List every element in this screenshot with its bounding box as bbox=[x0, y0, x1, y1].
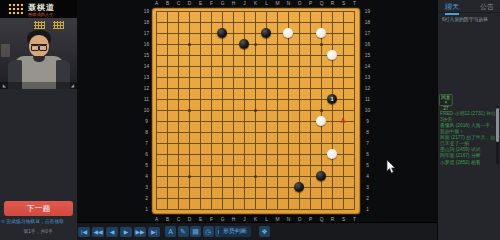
row-label-right: 6 bbox=[363, 151, 372, 156]
row-label-right: 9 bbox=[363, 118, 372, 123]
row-label-right: 17 bbox=[363, 30, 372, 35]
chat-message: 阿年呢 (2167) 分断 bbox=[440, 153, 498, 159]
col-label-bottom: G bbox=[218, 217, 227, 222]
chat-tab-bar: 聊天 公告 bbox=[438, 0, 500, 13]
row-label-right: 16 bbox=[363, 41, 372, 46]
col-label-bottom: N bbox=[284, 217, 293, 222]
goban-grid[interactable]: 1A bbox=[156, 11, 355, 210]
row-label-right: 1 bbox=[363, 206, 372, 211]
chat-message: 风雨 (2177) 想了半天，自己又变了一招 bbox=[440, 135, 498, 146]
instructor-glasses bbox=[31, 44, 47, 49]
brand-logo-icon bbox=[8, 3, 23, 15]
col-label-bottom: A bbox=[152, 217, 161, 222]
row-label-right: 19 bbox=[363, 8, 372, 13]
move-progress-text: 第1手，共0手 bbox=[1, 228, 76, 235]
col-label-bottom: H bbox=[229, 217, 238, 222]
row-label-right: 14 bbox=[363, 63, 372, 68]
instructor-video[interactable]: ◣ ◢ bbox=[0, 18, 77, 89]
col-label-top: N bbox=[284, 1, 293, 6]
row-label-right: 4 bbox=[363, 173, 372, 178]
timer-tool-button[interactable]: ◷ bbox=[203, 226, 214, 237]
star-point bbox=[188, 109, 191, 112]
row-label-left: 17 bbox=[142, 30, 151, 35]
star-point bbox=[320, 109, 323, 112]
mouse-cursor bbox=[386, 160, 396, 174]
col-label-bottom: C bbox=[174, 217, 183, 222]
col-label-top: T bbox=[350, 1, 359, 6]
chat-message: 小梦境 (2852) 相看 bbox=[440, 160, 498, 166]
jump-start-button[interactable]: |◀ bbox=[78, 227, 90, 237]
sidebar: 聂棋道 围棋成就人生 ◣ ◢ 下一题 ⊙ 完成练习领棋豆，点击领取 第1手，共0… bbox=[0, 0, 77, 240]
chat-message: 看懂风 (2016) 入角一手，我选中腹！ bbox=[440, 123, 498, 134]
black-stone bbox=[261, 28, 271, 38]
go-board-region: 1A AABBCCDDEEFFGGHHJJKKLLMMNNOOPPQQRRSST… bbox=[143, 0, 375, 224]
col-label-top: A bbox=[152, 1, 161, 6]
black-stone bbox=[217, 28, 227, 38]
row-label-right: 10 bbox=[363, 107, 372, 112]
col-label-bottom: F bbox=[207, 217, 216, 222]
col-label-bottom: M bbox=[273, 217, 282, 222]
col-label-top: R bbox=[328, 1, 337, 6]
row-label-left: 7 bbox=[142, 140, 151, 145]
col-label-top: H bbox=[229, 1, 238, 6]
row-label-right: 5 bbox=[363, 162, 372, 167]
row-label-left: 4 bbox=[142, 173, 151, 178]
brand-bar: 聂棋道 围棋成就人生 bbox=[0, 0, 77, 18]
col-label-top: D bbox=[185, 1, 194, 6]
chat-message: 墨山鸡 (2459) 试试 bbox=[440, 147, 498, 153]
col-label-bottom: J bbox=[240, 217, 249, 222]
video-controls-strip: ◣ ◢ bbox=[0, 82, 77, 89]
watermark-card bbox=[1, 44, 10, 57]
chat-panel: 聊天 公告 6打入后的防守与选择 回复× 27 FRED·小明12 (2731)… bbox=[437, 0, 500, 240]
col-label-bottom: E bbox=[196, 217, 205, 222]
col-label-top: L bbox=[262, 1, 271, 6]
black-stone bbox=[239, 39, 249, 49]
pinned-message: 6打入后的防守与选择 bbox=[442, 16, 500, 23]
tab-chat[interactable]: 聊天 bbox=[445, 2, 459, 15]
position-judge-button[interactable]: 形势判断 bbox=[219, 226, 251, 237]
star-point bbox=[188, 43, 191, 46]
bottom-toolbar: |◀◀◀◀▶▶▶▶| A✎▤◷⊗ 形势判断 ❖ bbox=[77, 222, 437, 240]
row-label-left: 6 bbox=[142, 151, 151, 156]
col-label-bottom: L bbox=[262, 217, 271, 222]
label-a-tool-button[interactable]: A bbox=[165, 226, 176, 237]
stone-mark: 1 bbox=[328, 95, 336, 103]
col-label-bottom: R bbox=[328, 217, 337, 222]
next-problem-button[interactable]: 下一题 bbox=[4, 201, 73, 216]
black-stone bbox=[294, 182, 304, 192]
video-corner-icon: ◣ bbox=[3, 83, 6, 88]
col-label-top: S bbox=[339, 1, 348, 6]
col-label-top: O bbox=[295, 1, 304, 6]
col-label-bottom: K bbox=[251, 217, 260, 222]
col-label-bottom: B bbox=[163, 217, 172, 222]
watermark-logo-icon bbox=[53, 21, 64, 29]
col-label-top: P bbox=[306, 1, 315, 6]
reply-badge-label: 回复× bbox=[440, 95, 452, 106]
video-corner-icon: ◢ bbox=[71, 83, 74, 88]
step-back-button[interactable]: ◀ bbox=[106, 227, 118, 237]
col-label-top: B bbox=[163, 1, 172, 6]
col-label-top: F bbox=[207, 1, 216, 6]
row-label-left: 16 bbox=[142, 41, 151, 46]
white-stone bbox=[316, 28, 326, 38]
row-label-left: 2 bbox=[142, 195, 151, 200]
star-point bbox=[254, 109, 257, 112]
row-label-left: 11 bbox=[142, 96, 151, 101]
row-label-left: 9 bbox=[142, 118, 151, 123]
variation-label-a: A bbox=[338, 117, 349, 124]
analysis-tool-button[interactable]: ▤ bbox=[190, 226, 201, 237]
row-label-right: 11 bbox=[363, 96, 372, 101]
row-label-left: 12 bbox=[142, 85, 151, 90]
white-stone bbox=[316, 116, 326, 126]
go-teaching-app: 聂棋道 围棋成就人生 ◣ ◢ 下一题 ⊙ 完成练习领棋豆，点击领取 第1手，共0… bbox=[0, 0, 500, 240]
col-label-top: J bbox=[240, 1, 249, 6]
tab-notice[interactable]: 公告 bbox=[480, 2, 494, 12]
fast-forward-button[interactable]: ▶▶ bbox=[134, 227, 146, 237]
row-label-right: 2 bbox=[363, 195, 372, 200]
row-label-left: 8 bbox=[142, 129, 151, 134]
row-label-right: 8 bbox=[363, 129, 372, 134]
fullscreen-button[interactable]: ❖ bbox=[259, 226, 270, 237]
jump-end-button[interactable]: ▶| bbox=[148, 227, 160, 237]
chat-scrollbar[interactable] bbox=[496, 106, 499, 164]
col-label-top: C bbox=[174, 1, 183, 6]
col-label-bottom: P bbox=[306, 217, 315, 222]
watermark-logo-icon bbox=[34, 21, 45, 29]
white-stone bbox=[327, 149, 337, 159]
row-label-left: 5 bbox=[142, 162, 151, 167]
col-label-bottom: O bbox=[295, 217, 304, 222]
star-point bbox=[254, 43, 257, 46]
black-stone: 1 bbox=[327, 94, 337, 104]
reply-count-badge[interactable]: 回复× 27 bbox=[439, 94, 453, 106]
row-label-left: 10 bbox=[142, 107, 151, 112]
fast-back-button[interactable]: ◀◀ bbox=[92, 227, 104, 237]
white-stone bbox=[327, 50, 337, 60]
draw-tool-button[interactable]: ✎ bbox=[178, 226, 189, 237]
reward-hint-link[interactable]: ⊙ 完成练习领棋豆，点击领取 bbox=[1, 218, 76, 225]
col-label-top: E bbox=[196, 1, 205, 6]
col-label-bottom: T bbox=[350, 217, 359, 222]
col-label-top: K bbox=[251, 1, 260, 6]
col-label-bottom: D bbox=[185, 217, 194, 222]
scrollbar-thumb[interactable] bbox=[496, 108, 499, 142]
col-label-top: G bbox=[218, 1, 227, 6]
row-label-left: 3 bbox=[142, 184, 151, 189]
col-label-top: Q bbox=[317, 1, 326, 6]
col-label-bottom: Q bbox=[317, 217, 326, 222]
row-label-right: 18 bbox=[363, 19, 372, 24]
chat-message-list: FRED·小明12 (2731) 补位3连击看懂风 (2016) 入角一手，我选… bbox=[440, 111, 498, 166]
row-label-left: 13 bbox=[142, 74, 151, 79]
chat-message: FRED·小明12 (2731) 补位3连击 bbox=[440, 111, 498, 122]
black-stone bbox=[316, 171, 326, 181]
col-label-bottom: S bbox=[339, 217, 348, 222]
step-forward-button[interactable]: ▶ bbox=[120, 227, 132, 237]
col-label-top: M bbox=[273, 1, 282, 6]
star-point bbox=[254, 175, 257, 178]
row-label-right: 3 bbox=[363, 184, 372, 189]
row-label-left: 1 bbox=[142, 206, 151, 211]
row-label-right: 7 bbox=[363, 140, 372, 145]
row-label-right: 15 bbox=[363, 52, 372, 57]
white-stone bbox=[283, 28, 293, 38]
star-point bbox=[188, 175, 191, 178]
row-label-right: 13 bbox=[363, 74, 372, 79]
row-label-left: 14 bbox=[142, 63, 151, 68]
row-label-right: 12 bbox=[363, 85, 372, 90]
row-label-left: 15 bbox=[142, 52, 151, 57]
row-label-left: 19 bbox=[142, 8, 151, 13]
row-label-left: 18 bbox=[142, 19, 151, 24]
star-point bbox=[320, 43, 323, 46]
